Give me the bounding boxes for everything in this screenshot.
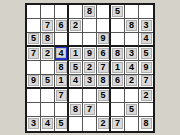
cell-r3c1[interactable]: 5: [27, 33, 41, 47]
cell-r2c7[interactable]: [111, 19, 125, 33]
digit-tile: 9: [84, 48, 95, 59]
digit-tile: 4: [42, 118, 53, 129]
digit-tile: 5: [56, 118, 67, 129]
cell-r6c6[interactable]: 8: [97, 75, 111, 89]
digit-tile: 7: [98, 62, 109, 73]
cell-r1c2[interactable]: [41, 5, 55, 19]
cell-r5c2[interactable]: [41, 61, 55, 75]
digit-tile: 2: [42, 48, 53, 59]
cell-r5c1[interactable]: [27, 61, 41, 75]
cell-r3c2[interactable]: 8: [41, 33, 55, 47]
cell-r7c7[interactable]: [111, 89, 125, 103]
cell-r8c9[interactable]: [139, 103, 153, 117]
cell-r3c3[interactable]: [55, 33, 69, 47]
cell-r6c2[interactable]: 5: [41, 75, 55, 89]
cell-r7c6[interactable]: 5: [97, 89, 111, 103]
cell-r1c1[interactable]: [27, 5, 41, 19]
cell-r9c2[interactable]: 4: [41, 117, 55, 131]
digit-tile: 3: [141, 20, 152, 31]
digit-tile: 2: [70, 20, 81, 31]
cell-r7c3[interactable]: 7: [55, 89, 69, 103]
digit-tile: 4: [70, 75, 81, 86]
cell-r5c9[interactable]: 9: [139, 61, 153, 75]
cell-r4c5[interactable]: 9: [83, 47, 97, 61]
digit-tile: 4: [141, 33, 152, 44]
digit-tile: 9: [141, 62, 152, 73]
cell-r8c2[interactable]: [41, 103, 55, 117]
cell-r9c9[interactable]: 8: [139, 117, 153, 131]
digit-tile: 8: [126, 20, 137, 31]
cell-r9c6[interactable]: 2: [97, 117, 111, 131]
cell-r5c8[interactable]: 4: [125, 61, 139, 75]
cell-r2c3[interactable]: 6: [55, 19, 69, 33]
digit-tile: 8: [98, 75, 109, 86]
digit-tile: 4: [56, 48, 66, 58]
digit-tile: 5: [42, 75, 53, 86]
digit-tile: 9: [28, 75, 39, 86]
digit-tile: 5: [98, 90, 109, 101]
cell-r8c4[interactable]: 8: [69, 103, 83, 117]
digit-tile: 1: [56, 75, 67, 86]
digit-tile: 8: [42, 33, 53, 44]
digit-tile: 6: [56, 20, 67, 31]
cell-r7c8[interactable]: [125, 89, 139, 103]
digit-tile: 8: [84, 6, 95, 17]
selected-cell[interactable]: 4: [55, 47, 69, 61]
cell-r9c1[interactable]: 3: [27, 117, 41, 131]
cell-r7c2[interactable]: [41, 89, 55, 103]
digit-tile: 5: [141, 48, 152, 59]
digit-tile: 6: [98, 48, 109, 59]
cell-r5c3[interactable]: 8: [55, 61, 69, 75]
cell-r9c8[interactable]: [125, 117, 139, 131]
digit-tile: 5: [126, 104, 137, 115]
digit-tile: 3: [84, 75, 95, 86]
cell-r6c8[interactable]: 2: [125, 75, 139, 89]
cell-r8c1[interactable]: [27, 103, 41, 117]
cell-r5c6[interactable]: 7: [97, 61, 111, 75]
cell-r2c5[interactable]: [83, 19, 97, 33]
digit-tile: 9: [98, 33, 109, 44]
cell-r4c4[interactable]: 1: [69, 47, 83, 61]
cell-r8c7[interactable]: [111, 103, 125, 117]
digit-tile: 1: [70, 48, 81, 59]
cell-r9c3[interactable]: 5: [55, 117, 69, 131]
cell-r6c5[interactable]: 3: [83, 75, 97, 89]
cell-r6c3[interactable]: 1: [55, 75, 69, 89]
digit-tile: 8: [112, 48, 123, 59]
digit-tile: 6: [112, 75, 123, 86]
digit-tile: 2: [84, 62, 95, 73]
cell-r1c7[interactable]: 5: [111, 5, 125, 19]
digit-tile: 7: [28, 48, 39, 59]
cell-r3c5[interactable]: [83, 33, 97, 47]
cell-r4c9[interactable]: 5: [139, 47, 153, 61]
cell-r3c8[interactable]: [125, 33, 139, 47]
cell-r8c6[interactable]: [97, 103, 111, 117]
digit-tile: 3: [28, 118, 39, 129]
digit-tile: 5: [112, 6, 123, 17]
cell-r6c9[interactable]: 7: [139, 75, 153, 89]
cell-r1c9[interactable]: [139, 5, 153, 19]
cell-r9c4[interactable]: [69, 117, 83, 131]
digit-tile: 5: [28, 33, 39, 44]
digit-tile: 2: [141, 90, 152, 101]
cell-r2c6[interactable]: [97, 19, 111, 33]
cell-r6c1[interactable]: 9: [27, 75, 41, 89]
digit-tile: 8: [141, 118, 152, 129]
cell-r6c4[interactable]: 4: [69, 75, 83, 89]
cell-r8c8[interactable]: 5: [125, 103, 139, 117]
cell-r6c7[interactable]: 6: [111, 75, 125, 89]
cell-r5c4[interactable]: 5: [69, 61, 83, 75]
cell-r8c5[interactable]: 7: [83, 103, 97, 117]
cell-r3c7[interactable]: [111, 33, 125, 47]
cell-r2c9[interactable]: 3: [139, 19, 153, 33]
cell-r5c7[interactable]: 1: [111, 61, 125, 75]
digit-tile: 2: [126, 75, 137, 86]
cell-r4c1[interactable]: 7: [27, 47, 41, 61]
cell-r9c5[interactable]: [83, 117, 97, 131]
digit-tile: 8: [56, 62, 67, 73]
cell-r2c2[interactable]: 7: [41, 19, 55, 33]
cell-r4c2[interactable]: 2: [41, 47, 55, 61]
digit-tile: 3: [126, 48, 137, 59]
cell-r5c5[interactable]: 2: [83, 61, 97, 75]
cell-r1c8[interactable]: [125, 5, 139, 19]
cell-r7c1[interactable]: [27, 89, 41, 103]
digit-tile: 8: [70, 104, 81, 115]
cell-r8c3[interactable]: [55, 103, 69, 117]
sudoku-board: 8576283589472419683585271499514386277528…: [25, 3, 155, 133]
cell-r3c4[interactable]: [69, 33, 83, 47]
cell-r1c5[interactable]: 8: [83, 5, 97, 19]
cell-r7c9[interactable]: 2: [139, 89, 153, 103]
cell-r3c9[interactable]: 4: [139, 33, 153, 47]
digit-tile: 4: [126, 62, 137, 73]
cell-r4c8[interactable]: 3: [125, 47, 139, 61]
cell-r3c6[interactable]: 9: [97, 33, 111, 47]
digit-tile: 7: [84, 104, 95, 115]
cell-r2c1[interactable]: [27, 19, 41, 33]
digit-tile: 7: [141, 75, 152, 86]
digit-tile: 2: [98, 118, 109, 129]
cell-r2c4[interactable]: 2: [69, 19, 83, 33]
cell-r4c6[interactable]: 6: [97, 47, 111, 61]
digit-tile: 5: [70, 62, 81, 73]
digit-tile: 7: [112, 118, 123, 129]
digit-tile: 7: [56, 90, 67, 101]
cell-r4c7[interactable]: 8: [111, 47, 125, 61]
cell-r1c3[interactable]: [55, 5, 69, 19]
cell-r7c5[interactable]: [83, 89, 97, 103]
cell-r1c4[interactable]: [69, 5, 83, 19]
cell-r7c4[interactable]: [69, 89, 83, 103]
cell-r9c7[interactable]: 7: [111, 117, 125, 131]
cell-r2c8[interactable]: 8: [125, 19, 139, 33]
cell-r1c6[interactable]: [97, 5, 111, 19]
digit-tile: 7: [42, 20, 53, 31]
digit-tile: 1: [112, 62, 123, 73]
